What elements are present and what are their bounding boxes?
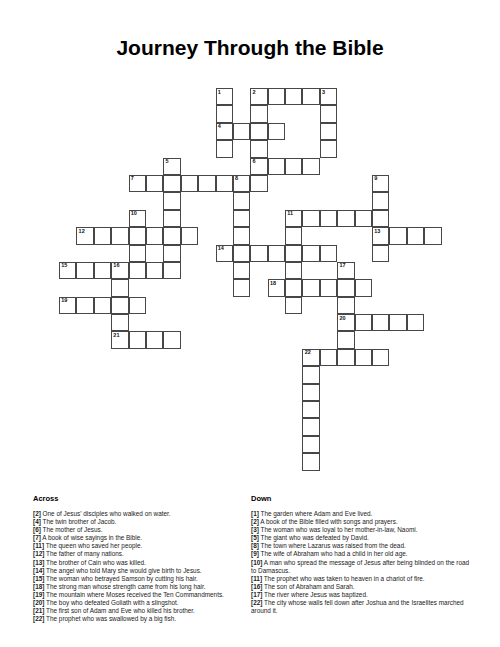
clue: [7] A book of wise sayings in the Bible. xyxy=(33,534,248,542)
down-clue-list: [1] The garden where Adam and Eve lived.… xyxy=(251,510,475,615)
clue: [10] A man who spread the message of Jes… xyxy=(251,559,475,575)
crossword-grid: 12345678910111213141516171819202122 xyxy=(59,88,442,471)
cell-number: 9 xyxy=(374,176,377,182)
grid-cell[interactable] xyxy=(129,331,146,348)
grid-cell[interactable] xyxy=(337,297,354,314)
grid-cell[interactable]: 1 xyxy=(216,88,233,105)
clue: [21] The first son of Adam and Eve who k… xyxy=(33,607,248,615)
clue-number: [5] xyxy=(251,534,259,541)
grid-cell[interactable] xyxy=(372,245,389,262)
down-heading: Down xyxy=(251,494,475,503)
grid-cell[interactable] xyxy=(163,192,180,209)
grid-cell[interactable] xyxy=(163,331,180,348)
grid-cell[interactable] xyxy=(285,279,302,296)
clue-number: [12] xyxy=(33,550,44,557)
clue: [16] The son of Abraham and Sarah. xyxy=(251,583,475,591)
clue-number: [2] xyxy=(33,510,41,517)
cell-number: 19 xyxy=(61,298,67,304)
grid-cell[interactable] xyxy=(233,123,250,140)
grid-cell[interactable] xyxy=(320,140,337,157)
grid-cell[interactable] xyxy=(337,349,354,366)
grid-cell[interactable] xyxy=(372,192,389,209)
cell-number: 11 xyxy=(287,211,293,217)
clue: [1] The garden where Adam and Eve lived. xyxy=(251,510,475,518)
grid-cell[interactable]: 17 xyxy=(337,262,354,279)
grid-cell[interactable] xyxy=(129,297,146,314)
cell-number: 16 xyxy=(113,263,119,269)
clue: [22] The city whose walls fell down afte… xyxy=(251,599,475,615)
cell-number: 2 xyxy=(252,90,255,96)
cell-number: 18 xyxy=(270,281,276,287)
grid-cell[interactable] xyxy=(163,245,180,262)
clue-number: [10] xyxy=(251,559,262,566)
grid-cell[interactable] xyxy=(233,210,250,227)
grid-cell[interactable] xyxy=(163,227,180,244)
clue-number: [18] xyxy=(33,583,44,590)
grid-cell[interactable]: 16 xyxy=(111,262,128,279)
clue: [15] The woman who betrayed Samson by cu… xyxy=(33,575,248,583)
cell-number: 4 xyxy=(218,124,221,130)
cell-number: 1 xyxy=(218,90,221,96)
grid-cell[interactable] xyxy=(250,123,267,140)
clue: [20] The boy who defeated Goliath with a… xyxy=(33,599,248,607)
grid-cell[interactable] xyxy=(372,210,389,227)
across-clue-list: [2] One of Jesus' disciples who walked o… xyxy=(33,510,248,623)
grid-cell[interactable] xyxy=(285,158,302,175)
grid-cell[interactable]: 7 xyxy=(129,175,146,192)
grid-cell[interactable] xyxy=(233,279,250,296)
grid-cell[interactable]: 10 xyxy=(129,210,146,227)
grid-cell[interactable] xyxy=(320,123,337,140)
clue: [12] The father of many nations. xyxy=(33,550,248,558)
grid-cell[interactable] xyxy=(407,227,424,244)
clue-number: [17] xyxy=(251,591,262,598)
grid-cell[interactable]: 18 xyxy=(268,279,285,296)
grid-cell[interactable] xyxy=(163,262,180,279)
clue-number: [6] xyxy=(33,526,41,533)
grid-cell[interactable]: 6 xyxy=(250,158,267,175)
clue: [22] The prophet who was swallowed by a … xyxy=(33,615,248,623)
clue-number: [1] xyxy=(251,510,259,517)
cell-number: 8 xyxy=(235,176,238,182)
cell-number: 14 xyxy=(218,246,224,252)
cell-number: 15 xyxy=(61,263,67,269)
grid-cell[interactable]: 11 xyxy=(285,210,302,227)
clue-number: [15] xyxy=(33,575,44,582)
grid-cell[interactable] xyxy=(302,245,319,262)
cell-number: 20 xyxy=(339,316,345,322)
grid-cell[interactable] xyxy=(268,245,285,262)
clue: [9] The wife of Abraham who had a child … xyxy=(251,550,475,558)
clue-number: [4] xyxy=(33,518,41,525)
down-clues-section: Down [1] The garden where Adam and Eve l… xyxy=(251,494,475,615)
cell-number: 17 xyxy=(339,263,345,269)
grid-cell[interactable] xyxy=(320,210,337,227)
grid-cell[interactable] xyxy=(111,279,128,296)
clue: [8] The town where Lazarus was raised fr… xyxy=(251,542,475,550)
clue-number: [9] xyxy=(251,550,259,557)
page-title: Journey Through the Bible xyxy=(0,36,500,60)
grid-cell[interactable] xyxy=(111,314,128,331)
across-clues-section: Across [2] One of Jesus' disciples who w… xyxy=(33,494,248,623)
cell-number: 21 xyxy=(113,333,119,339)
grid-cell[interactable] xyxy=(111,297,128,314)
grid-cell[interactable] xyxy=(163,175,180,192)
grid-cell[interactable] xyxy=(129,262,146,279)
clue-number: [21] xyxy=(33,607,44,614)
grid-cell[interactable] xyxy=(250,175,267,192)
grid-cell[interactable]: 4 xyxy=(216,123,233,140)
clue-number: [3] xyxy=(251,526,259,533)
grid-cell[interactable] xyxy=(146,262,163,279)
cell-number: 12 xyxy=(79,229,85,235)
clue: [13] The brother of Cain who was killed. xyxy=(33,559,248,567)
grid-cell[interactable] xyxy=(285,297,302,314)
grid-cell[interactable] xyxy=(146,331,163,348)
grid-cell[interactable]: 13 xyxy=(372,227,389,244)
clue-number: [13] xyxy=(33,559,44,566)
clue: [3] The woman who was loyal to her mothe… xyxy=(251,526,475,534)
grid-cell[interactable] xyxy=(94,262,111,279)
grid-cell[interactable] xyxy=(424,227,441,244)
grid-cell[interactable] xyxy=(250,140,267,157)
cell-number: 5 xyxy=(166,159,169,165)
grid-cell[interactable] xyxy=(337,279,354,296)
grid-cell[interactable] xyxy=(285,88,302,105)
clue: [6] The mother of Jesus. xyxy=(33,526,248,534)
clue-number: [16] xyxy=(251,583,262,590)
cell-number: 3 xyxy=(322,90,325,96)
clue-number: [7] xyxy=(33,534,41,541)
grid-cell[interactable] xyxy=(163,210,180,227)
clue: [18] The strong man whose strength came … xyxy=(33,583,248,591)
grid-cell[interactable] xyxy=(216,105,233,122)
grid-cell[interactable]: 2 xyxy=(250,88,267,105)
grid-cell[interactable] xyxy=(233,262,250,279)
grid-cell[interactable] xyxy=(94,227,111,244)
grid-cell[interactable] xyxy=(389,314,406,331)
grid-cell[interactable] xyxy=(233,227,250,244)
grid-cell[interactable] xyxy=(233,192,250,209)
grid-cell[interactable] xyxy=(285,227,302,244)
grid-cell[interactable] xyxy=(355,349,372,366)
grid-cell[interactable]: 8 xyxy=(233,175,250,192)
grid-cell[interactable]: 19 xyxy=(59,297,76,314)
grid-cell[interactable] xyxy=(355,314,372,331)
grid-cell[interactable]: 22 xyxy=(302,349,319,366)
grid-cell[interactable] xyxy=(320,279,337,296)
grid-cell[interactable] xyxy=(302,453,319,470)
grid-cell[interactable] xyxy=(216,175,233,192)
cell-number: 22 xyxy=(305,350,311,356)
clue: [4] The twin brother of Jacob. xyxy=(33,518,248,526)
clue: [19] The mountain where Moses received t… xyxy=(33,591,248,599)
grid-cell[interactable] xyxy=(320,349,337,366)
grid-cell[interactable] xyxy=(129,245,146,262)
grid-cell[interactable] xyxy=(389,227,406,244)
grid-cell[interactable] xyxy=(337,331,354,348)
grid-cell[interactable] xyxy=(320,245,337,262)
grid-cell[interactable] xyxy=(146,227,163,244)
grid-cell[interactable] xyxy=(302,88,319,105)
cell-number: 7 xyxy=(131,176,134,182)
grid-cell[interactable] xyxy=(302,279,319,296)
grid-cell[interactable] xyxy=(302,436,319,453)
clue-number: [2] xyxy=(251,518,259,525)
grid-cell[interactable]: 21 xyxy=(111,331,128,348)
clue-number: [14] xyxy=(33,567,44,574)
grid-cell[interactable] xyxy=(320,105,337,122)
grid-cell[interactable]: 20 xyxy=(337,314,354,331)
across-heading: Across xyxy=(33,494,248,503)
grid-cell[interactable]: 9 xyxy=(372,175,389,192)
clue: [2] One of Jesus' disciples who walked o… xyxy=(33,510,248,518)
grid-cell[interactable] xyxy=(372,314,389,331)
grid-cell[interactable] xyxy=(355,279,372,296)
grid-cell[interactable]: 15 xyxy=(59,262,76,279)
grid-cell[interactable] xyxy=(146,175,163,192)
grid-cell[interactable] xyxy=(181,175,198,192)
clue: [2] A book of the Bible filled with song… xyxy=(251,518,475,526)
grid-cell[interactable] xyxy=(76,262,93,279)
clue-number: [22] xyxy=(251,599,262,606)
grid-cell[interactable] xyxy=(302,418,319,435)
clue: [17] The river where Jesus was baptized. xyxy=(251,591,475,599)
cell-number: 6 xyxy=(252,159,255,165)
grid-cell[interactable] xyxy=(216,140,233,157)
grid-cell[interactable] xyxy=(129,227,146,244)
grid-cell[interactable]: 12 xyxy=(76,227,93,244)
grid-cell[interactable] xyxy=(407,314,424,331)
grid-cell[interactable] xyxy=(268,88,285,105)
grid-cell[interactable] xyxy=(372,349,389,366)
clue: [11] The prophet who was taken to heaven… xyxy=(251,575,475,583)
grid-cell[interactable] xyxy=(355,210,372,227)
grid-cell[interactable] xyxy=(76,297,93,314)
clue-number: [11] xyxy=(33,542,44,549)
grid-cell[interactable] xyxy=(250,245,267,262)
grid-cell[interactable] xyxy=(181,227,198,244)
grid-cell[interactable] xyxy=(111,227,128,244)
grid-cell[interactable] xyxy=(302,158,319,175)
grid-cell[interactable] xyxy=(233,245,250,262)
grid-cell[interactable] xyxy=(94,297,111,314)
clue: [11] The queen who saved her people. xyxy=(33,542,248,550)
grid-cell[interactable]: 5 xyxy=(163,158,180,175)
clue-number: [8] xyxy=(251,542,259,549)
grid-cell[interactable] xyxy=(302,384,319,401)
grid-cell[interactable] xyxy=(250,105,267,122)
grid-cell[interactable] xyxy=(285,245,302,262)
clue: [5] The giant who was defeated by David. xyxy=(251,534,475,542)
cell-number: 10 xyxy=(131,211,137,217)
grid-cell[interactable]: 14 xyxy=(216,245,233,262)
cell-number: 13 xyxy=(374,229,380,235)
grid-cell[interactable] xyxy=(302,210,319,227)
grid-cell[interactable] xyxy=(268,123,285,140)
clue-number: [11] xyxy=(251,575,262,582)
clue-number: [20] xyxy=(33,599,44,606)
grid-cell[interactable]: 3 xyxy=(320,88,337,105)
grid-cell[interactable] xyxy=(268,158,285,175)
grid-cell[interactable] xyxy=(302,366,319,383)
clue-number: [19] xyxy=(33,591,44,598)
clue: [14] The angel who told Mary she would g… xyxy=(33,567,248,575)
clue-number: [22] xyxy=(33,615,44,622)
grid-cell[interactable] xyxy=(302,401,319,418)
grid-cell[interactable] xyxy=(198,175,215,192)
grid-cell[interactable] xyxy=(337,210,354,227)
grid-cell[interactable] xyxy=(285,262,302,279)
